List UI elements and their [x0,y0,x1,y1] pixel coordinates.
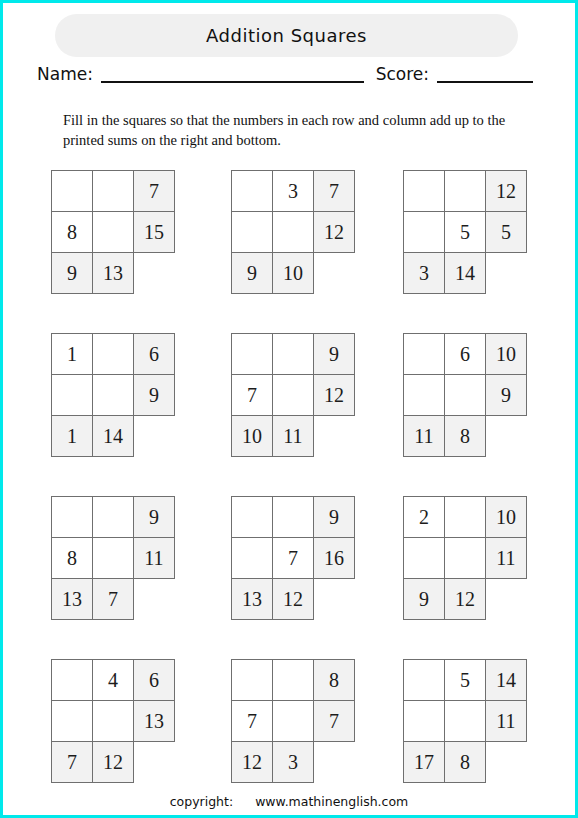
row-sum-cell: 14 [486,659,527,701]
corner-void [486,416,526,456]
entry-cell[interactable] [231,212,273,253]
given-number-cell: 5 [445,659,486,701]
addition-square-puzzle: 3712910 [231,170,355,294]
row-sum-cell: 5 [486,212,527,253]
row-sum-cell: 9 [314,496,355,538]
row-sum-cell: 15 [134,212,175,253]
corner-void [314,742,354,782]
entry-cell[interactable] [231,659,273,701]
addition-square-puzzle: 9811137 [51,496,175,620]
footer: copyright: www.mathinenglish.com [3,794,575,809]
entry-cell[interactable] [403,659,445,701]
addition-square-puzzle: 21011912 [403,496,527,620]
entry-cell[interactable] [231,538,273,579]
corner-void [486,742,526,782]
given-number-cell: 2 [403,496,445,538]
entry-cell[interactable] [93,375,134,416]
entry-cell[interactable] [445,375,486,416]
given-number-cell: 7 [231,701,273,742]
entry-cell[interactable] [403,538,445,579]
row-sum-cell: 16 [314,538,355,579]
given-number-cell: 6 [445,333,486,375]
col-sum-cell: 12 [445,579,486,620]
corner-void [134,579,174,619]
addition-square-puzzle: 97121011 [231,333,355,457]
col-sum-cell: 12 [273,579,314,620]
corner-void [314,416,354,456]
entry-cell[interactable] [273,333,314,375]
row-sum-cell: 8 [314,659,355,701]
row-sum-cell: 10 [486,496,527,538]
addition-square-puzzle: 97161312 [231,496,355,620]
addition-square-puzzle: 6109118 [403,333,527,457]
row-sum-cell: 13 [134,701,175,742]
addition-square-puzzle: 1255314 [403,170,527,294]
col-sum-cell: 13 [93,253,134,294]
addition-square-puzzle: 7815913 [51,170,175,294]
given-number-cell: 8 [51,212,93,253]
col-sum-cell: 13 [231,579,273,620]
entry-cell[interactable] [403,701,445,742]
entry-cell[interactable] [403,170,445,212]
col-sum-cell: 11 [273,416,314,457]
entry-cell[interactable] [273,496,314,538]
entry-cell[interactable] [231,496,273,538]
entry-cell[interactable] [445,538,486,579]
col-sum-cell: 7 [51,742,93,783]
row-sum-cell: 11 [134,538,175,579]
col-sum-cell: 8 [445,742,486,783]
col-sum-cell: 9 [231,253,273,294]
addition-square-puzzle: 51411178 [403,659,527,783]
entry-cell[interactable] [93,538,134,579]
row-sum-cell: 12 [314,375,355,416]
entry-cell[interactable] [445,701,486,742]
entry-cell[interactable] [231,333,273,375]
row-sum-cell: 12 [314,212,355,253]
col-sum-cell: 12 [231,742,273,783]
site-link[interactable]: www.mathinenglish.com [255,794,408,809]
given-number-cell: 8 [51,538,93,579]
col-sum-cell: 13 [51,579,93,620]
given-number-cell: 3 [273,170,314,212]
entry-cell[interactable] [51,375,93,416]
col-sum-cell: 1 [51,416,93,457]
entry-cell[interactable] [51,170,93,212]
entry-cell[interactable] [403,333,445,375]
corner-void [314,579,354,619]
entry-cell[interactable] [445,170,486,212]
entry-cell[interactable] [273,375,314,416]
row-sum-cell: 9 [486,375,527,416]
row-sum-cell: 9 [134,496,175,538]
corner-void [134,742,174,782]
col-sum-cell: 10 [231,416,273,457]
entry-cell[interactable] [273,701,314,742]
col-sum-cell: 17 [403,742,445,783]
row-sum-cell: 7 [314,701,355,742]
row-sum-cell: 9 [134,375,175,416]
row-sum-cell: 11 [486,701,527,742]
given-number-cell: 7 [231,375,273,416]
col-sum-cell: 12 [93,742,134,783]
given-number-cell: 5 [445,212,486,253]
col-sum-cell: 3 [403,253,445,294]
addition-square-puzzle: 169114 [51,333,175,457]
entry-cell[interactable] [445,496,486,538]
col-sum-cell: 14 [93,416,134,457]
entry-cell[interactable] [93,170,134,212]
entry-cell[interactable] [231,170,273,212]
row-sum-cell: 6 [134,333,175,375]
corner-void [486,579,526,619]
addition-square-puzzle: 877123 [231,659,355,783]
row-sum-cell: 7 [134,170,175,212]
entry-cell[interactable] [273,659,314,701]
copyright-label: copyright: [170,794,233,809]
entry-cell[interactable] [93,701,134,742]
addition-square-puzzle: 4613712 [51,659,175,783]
given-number-cell: 1 [51,333,93,375]
col-sum-cell: 8 [445,416,486,457]
corner-void [314,253,354,293]
entry-cell[interactable] [273,212,314,253]
entry-cell[interactable] [93,496,134,538]
row-sum-cell: 11 [486,538,527,579]
entry-cell[interactable] [51,496,93,538]
col-sum-cell: 9 [403,579,445,620]
row-sum-cell: 6 [134,659,175,701]
entry-cell[interactable] [93,212,134,253]
entry-cell[interactable] [403,212,445,253]
col-sum-cell: 11 [403,416,445,457]
row-sum-cell: 12 [486,170,527,212]
col-sum-cell: 3 [273,742,314,783]
row-sum-cell: 7 [314,170,355,212]
entry-cell[interactable] [93,333,134,375]
entry-cell[interactable] [51,659,93,701]
puzzles: 7815913371291012553141691149712101161091… [3,3,575,815]
corner-void [134,253,174,293]
col-sum-cell: 7 [93,579,134,620]
col-sum-cell: 9 [51,253,93,294]
entry-cell[interactable] [403,375,445,416]
given-number-cell: 7 [273,538,314,579]
row-sum-cell: 9 [314,333,355,375]
col-sum-cell: 14 [445,253,486,294]
corner-void [134,416,174,456]
corner-void [486,253,526,293]
entry-cell[interactable] [51,701,93,742]
col-sum-cell: 10 [273,253,314,294]
given-number-cell: 4 [93,659,134,701]
row-sum-cell: 10 [486,333,527,375]
